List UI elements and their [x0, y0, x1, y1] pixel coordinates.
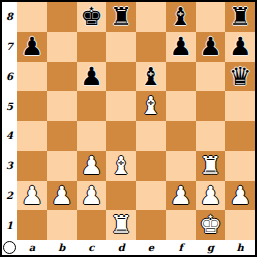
square-g5[interactable]: [196, 91, 226, 121]
rank-label-5: 5: [2, 91, 17, 121]
square-g1[interactable]: ♚: [196, 210, 226, 240]
square-g7[interactable]: ♟: [196, 32, 226, 62]
square-g2[interactable]: ♟: [196, 181, 226, 211]
square-e3[interactable]: [136, 151, 166, 181]
square-b4[interactable]: [47, 121, 77, 151]
black-king[interactable]: ♚: [77, 2, 107, 32]
file-label-f: f: [166, 240, 196, 255]
square-f8[interactable]: ♝: [166, 2, 196, 32]
square-f2[interactable]: ♟: [166, 181, 196, 211]
square-h4[interactable]: [225, 121, 255, 151]
square-h8[interactable]: ♜: [225, 2, 255, 32]
black-bishop[interactable]: ♝: [136, 62, 166, 92]
white-pawn[interactable]: ♟: [225, 181, 255, 211]
square-c4[interactable]: [77, 121, 107, 151]
square-f7[interactable]: ♟: [166, 32, 196, 62]
black-pawn[interactable]: ♟: [166, 32, 196, 62]
square-c3[interactable]: ♟: [77, 151, 107, 181]
square-f5[interactable]: [166, 91, 196, 121]
square-e6[interactable]: ♝: [136, 62, 166, 92]
file-label-e: e: [136, 240, 166, 255]
white-pawn[interactable]: ♟: [77, 151, 107, 181]
white-pawn[interactable]: ♟: [17, 181, 47, 211]
black-rook[interactable]: ♜: [106, 2, 136, 32]
square-b5[interactable]: [47, 91, 77, 121]
square-c6[interactable]: ♟: [77, 62, 107, 92]
square-g6[interactable]: [196, 62, 226, 92]
square-h6[interactable]: ♛: [225, 62, 255, 92]
white-pawn[interactable]: ♟: [196, 181, 226, 211]
rank-label-2: 2: [2, 181, 17, 211]
square-h7[interactable]: ♟: [225, 32, 255, 62]
black-pawn[interactable]: ♟: [17, 32, 47, 62]
file-label-h: h: [225, 240, 255, 255]
square-c8[interactable]: ♚: [77, 2, 107, 32]
square-e4[interactable]: [136, 121, 166, 151]
square-a1[interactable]: [17, 210, 47, 240]
square-a5[interactable]: [17, 91, 47, 121]
square-b7[interactable]: [47, 32, 77, 62]
rank-label-6: 6: [2, 62, 17, 92]
square-d7[interactable]: [106, 32, 136, 62]
square-f1[interactable]: [166, 210, 196, 240]
square-e2[interactable]: [136, 181, 166, 211]
square-b6[interactable]: [47, 62, 77, 92]
file-label-d: d: [106, 240, 136, 255]
white-rook[interactable]: ♜: [106, 210, 136, 240]
rank-label-3: 3: [2, 151, 17, 181]
square-a4[interactable]: [17, 121, 47, 151]
square-a2[interactable]: ♟: [17, 181, 47, 211]
square-e1[interactable]: [136, 210, 166, 240]
white-rook[interactable]: ♜: [196, 151, 226, 181]
square-f6[interactable]: [166, 62, 196, 92]
square-h1[interactable]: [225, 210, 255, 240]
rank-label-7: 7: [2, 32, 17, 62]
white-bishop[interactable]: ♝: [106, 151, 136, 181]
square-g4[interactable]: [196, 121, 226, 151]
square-c7[interactable]: [77, 32, 107, 62]
square-d6[interactable]: [106, 62, 136, 92]
square-g8[interactable]: [196, 2, 226, 32]
rank-label-4: 4: [2, 121, 17, 151]
square-h2[interactable]: ♟: [225, 181, 255, 211]
square-e8[interactable]: [136, 2, 166, 32]
black-rook[interactable]: ♜: [225, 2, 255, 32]
square-f3[interactable]: [166, 151, 196, 181]
square-e5[interactable]: ♝: [136, 91, 166, 121]
square-d3[interactable]: ♝: [106, 151, 136, 181]
square-d4[interactable]: [106, 121, 136, 151]
black-bishop[interactable]: ♝: [166, 2, 196, 32]
white-pawn[interactable]: ♟: [166, 181, 196, 211]
black-queen[interactable]: ♛: [225, 62, 255, 92]
white-pawn[interactable]: ♟: [77, 181, 107, 211]
square-d1[interactable]: ♜: [106, 210, 136, 240]
chess-board[interactable]: ♚♜♝♜♟♟♟♟♟♝♛♝♟♝♜♟♟♟♟♟♟♜♚: [17, 2, 255, 240]
square-d8[interactable]: ♜: [106, 2, 136, 32]
square-b3[interactable]: [47, 151, 77, 181]
rank-label-1: 1: [2, 210, 17, 240]
file-label-g: g: [196, 240, 226, 255]
square-h5[interactable]: [225, 91, 255, 121]
black-pawn[interactable]: ♟: [77, 62, 107, 92]
rank-label-8: 8: [2, 2, 17, 32]
square-g3[interactable]: ♜: [196, 151, 226, 181]
black-pawn[interactable]: ♟: [225, 32, 255, 62]
white-king[interactable]: ♚: [196, 210, 226, 240]
chess-diagram: 87654321 ♚♜♝♜♟♟♟♟♟♝♛♝♟♝♜♟♟♟♟♟♟♜♚ abcdefg…: [0, 0, 257, 257]
file-label-b: b: [47, 240, 77, 255]
square-d5[interactable]: [106, 91, 136, 121]
square-b2[interactable]: ♟: [47, 181, 77, 211]
square-a6[interactable]: [17, 62, 47, 92]
square-c5[interactable]: [77, 91, 107, 121]
square-a7[interactable]: ♟: [17, 32, 47, 62]
white-bishop[interactable]: ♝: [136, 91, 166, 121]
square-d2[interactable]: [106, 181, 136, 211]
rank-labels: 87654321: [2, 2, 17, 240]
square-b1[interactable]: [47, 210, 77, 240]
square-a8[interactable]: [17, 2, 47, 32]
square-a3[interactable]: [17, 151, 47, 181]
square-e7[interactable]: [136, 32, 166, 62]
square-b8[interactable]: [47, 2, 77, 32]
black-pawn[interactable]: ♟: [196, 32, 226, 62]
square-c2[interactable]: ♟: [77, 181, 107, 211]
white-pawn[interactable]: ♟: [47, 181, 77, 211]
move-indicator-corner: [2, 240, 17, 255]
square-h3[interactable]: [225, 151, 255, 181]
file-label-a: a: [17, 240, 47, 255]
square-f4[interactable]: [166, 121, 196, 151]
file-label-c: c: [77, 240, 107, 255]
file-labels: abcdefgh: [17, 240, 255, 255]
white-to-move-icon: [3, 241, 16, 254]
square-c1[interactable]: [77, 210, 107, 240]
